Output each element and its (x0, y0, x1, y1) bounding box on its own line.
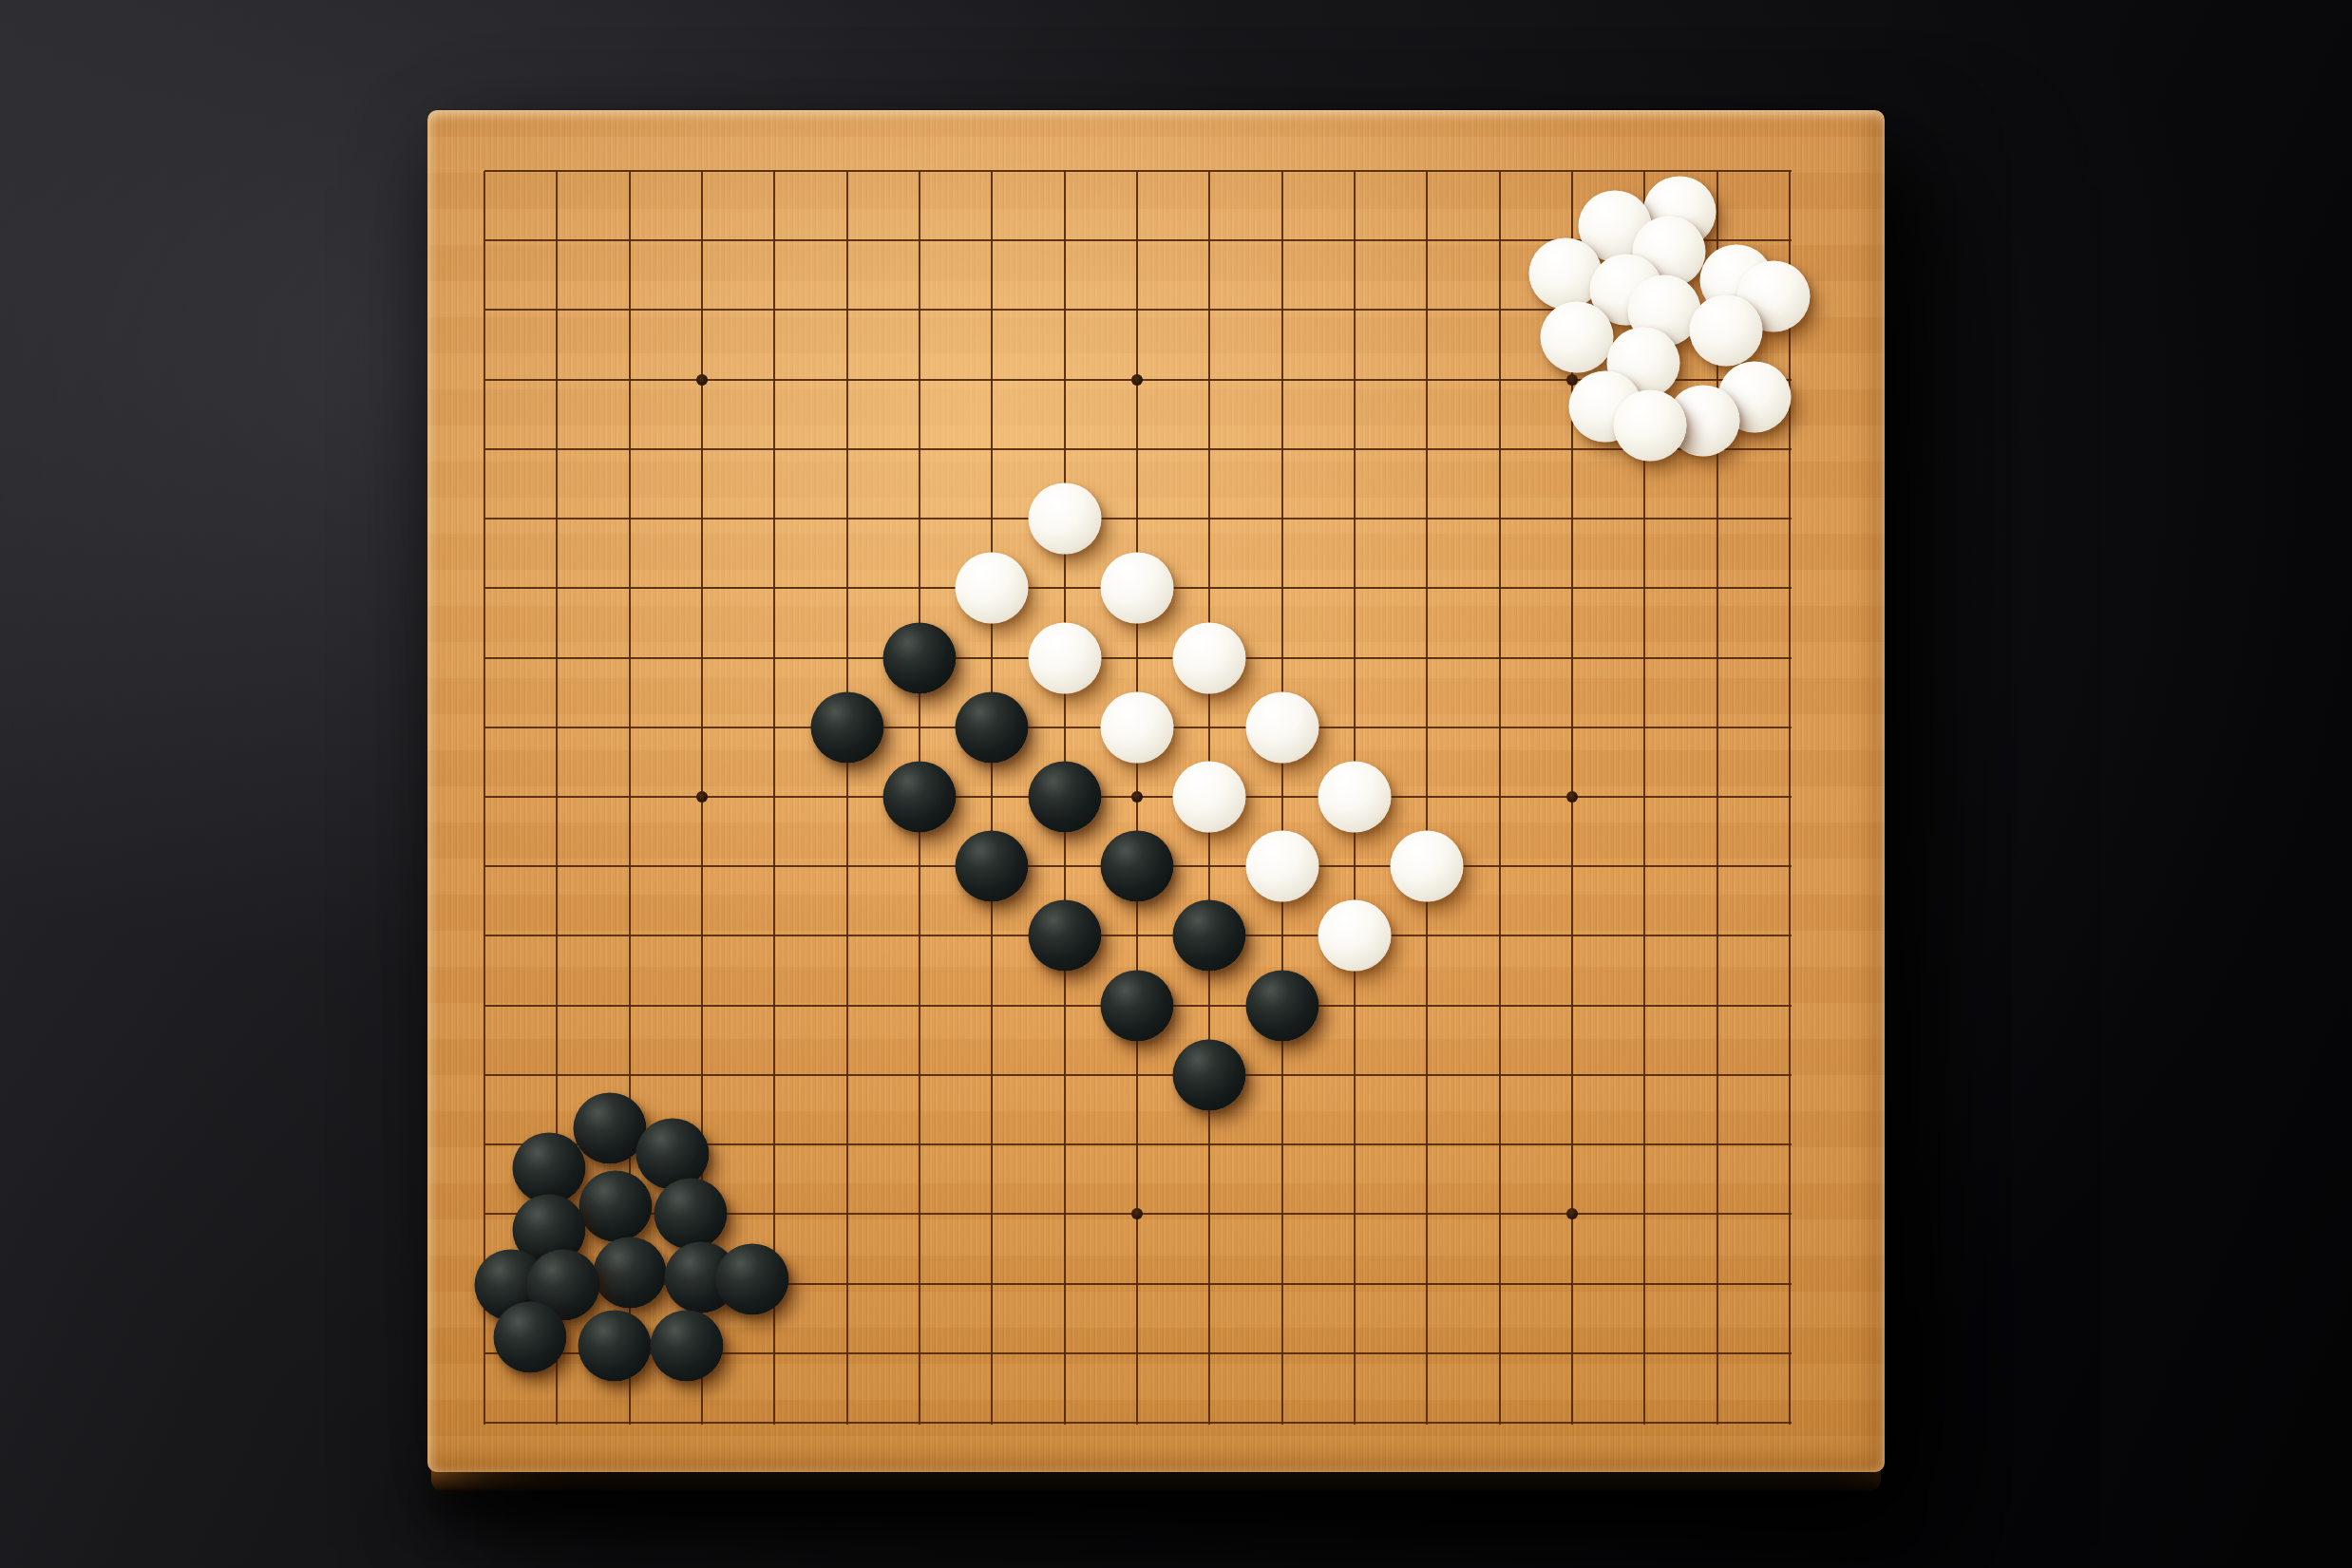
black-stone[interactable] (1173, 1039, 1246, 1110)
grid-line-horizontal (484, 518, 1792, 520)
grid-line-vertical (773, 171, 775, 1425)
black-stone[interactable] (882, 622, 956, 693)
black-stone[interactable] (956, 691, 1029, 763)
black-pile-stone[interactable] (594, 1237, 667, 1309)
grid-line-vertical (484, 171, 485, 1425)
white-stone[interactable] (1173, 622, 1246, 693)
grid-line-horizontal (484, 1422, 1792, 1424)
grid-line-vertical (1426, 171, 1428, 1425)
star-point (1566, 1208, 1578, 1219)
grid-line-horizontal (484, 1074, 1792, 1076)
white-pile-stone[interactable] (1614, 390, 1687, 462)
black-stone[interactable] (1100, 831, 1173, 902)
black-stone[interactable] (1245, 970, 1318, 1041)
white-stone[interactable] (1318, 900, 1391, 972)
black-pile-stone[interactable] (716, 1244, 789, 1315)
white-stone[interactable] (1173, 761, 1246, 832)
grid-line-horizontal (484, 657, 1792, 659)
black-pile-stone[interactable] (654, 1179, 728, 1250)
white-stone[interactable] (1028, 622, 1101, 693)
star-point (696, 791, 708, 803)
star-point (1131, 1208, 1143, 1219)
grid-line-horizontal (484, 170, 1792, 172)
grid-line-vertical (846, 171, 848, 1425)
black-stone[interactable] (810, 691, 883, 763)
grid-line-horizontal (484, 935, 1792, 936)
white-stone[interactable] (1100, 691, 1173, 763)
black-pile-stone[interactable] (651, 1311, 724, 1382)
black-pile-stone[interactable] (513, 1133, 586, 1204)
black-stone[interactable] (1028, 761, 1101, 832)
black-pile-stone[interactable] (579, 1311, 652, 1382)
black-stone[interactable] (1173, 900, 1246, 972)
black-stone[interactable] (1028, 900, 1101, 972)
black-pile-stone[interactable] (494, 1302, 567, 1373)
star-point (696, 374, 708, 386)
white-stone[interactable] (1100, 553, 1173, 624)
scene (0, 0, 2352, 1568)
white-stone[interactable] (1391, 831, 1464, 902)
grid-line-vertical (1281, 171, 1283, 1425)
white-stone[interactable] (1318, 761, 1391, 832)
white-stone[interactable] (956, 553, 1029, 624)
white-stone[interactable] (1245, 691, 1318, 763)
white-pile-stone[interactable] (1690, 295, 1763, 367)
grid-line-vertical (991, 171, 993, 1425)
grid-line-horizontal (484, 448, 1792, 450)
white-stone[interactable] (1245, 831, 1318, 902)
grid-line-vertical (1499, 171, 1501, 1425)
black-stone[interactable] (882, 761, 956, 832)
white-pile-stone[interactable] (1541, 302, 1614, 373)
grid-line-vertical (1789, 171, 1791, 1425)
black-pile-stone[interactable] (579, 1171, 653, 1242)
star-point (1131, 374, 1143, 386)
star-point (1566, 791, 1578, 803)
black-stone[interactable] (1100, 970, 1173, 1041)
black-stone[interactable] (956, 831, 1029, 902)
star-point (1131, 791, 1143, 803)
white-stone[interactable] (1028, 483, 1101, 555)
